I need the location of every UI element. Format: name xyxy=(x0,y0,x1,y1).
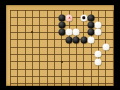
black-stone xyxy=(80,36,87,43)
grid-line-vertical xyxy=(47,10,48,86)
grid-line-horizontal xyxy=(10,47,114,48)
white-stone xyxy=(95,51,102,58)
grid-line-horizontal xyxy=(10,76,114,77)
grid-line-vertical xyxy=(113,10,114,86)
grid-line-vertical xyxy=(83,10,84,86)
last-move-marker xyxy=(83,17,85,19)
star-point xyxy=(31,31,33,33)
grid-line-vertical xyxy=(32,10,33,86)
grid-line-vertical xyxy=(54,10,55,86)
grid-line-horizontal xyxy=(10,83,114,84)
white-stone xyxy=(66,29,73,36)
grid-line-vertical xyxy=(39,10,40,86)
white-stone xyxy=(73,29,80,36)
black-stone xyxy=(66,36,73,43)
black-stone xyxy=(88,29,95,36)
black-stone xyxy=(58,14,65,21)
black-stone xyxy=(58,22,65,29)
white-stone xyxy=(95,58,102,65)
grid-line-horizontal xyxy=(10,10,114,11)
black-stone xyxy=(88,22,95,29)
highlight-marker xyxy=(68,16,70,18)
white-stone xyxy=(102,44,109,51)
go-board[interactable] xyxy=(6,5,114,86)
grid-line-vertical xyxy=(10,10,11,86)
grid-line-horizontal xyxy=(10,39,114,40)
white-stone xyxy=(95,22,102,29)
black-stone xyxy=(58,29,65,36)
white-stone xyxy=(80,14,87,21)
grid-line-vertical xyxy=(17,10,18,86)
white-stone xyxy=(88,36,95,43)
letterbox-background: { "game": "go", "scene": { "description"… xyxy=(0,0,120,90)
grid-line-vertical xyxy=(25,10,26,86)
grid-line-vertical xyxy=(69,10,70,86)
white-stone xyxy=(95,29,102,36)
black-stone xyxy=(73,36,80,43)
grid-line-horizontal xyxy=(10,69,114,70)
grid-line-vertical xyxy=(76,10,77,86)
highlighted-white-stone xyxy=(66,14,73,21)
black-stone xyxy=(88,14,95,21)
star-point xyxy=(61,61,63,63)
